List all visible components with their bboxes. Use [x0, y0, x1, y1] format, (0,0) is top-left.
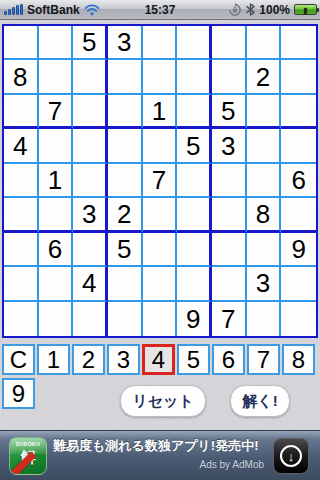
cell-r3c1[interactable]	[4, 95, 39, 129]
cell-r9c5[interactable]	[143, 302, 178, 336]
cell-r7c7[interactable]	[212, 233, 247, 267]
ad-download-button[interactable]: ↓	[273, 438, 309, 474]
key-2[interactable]: 2	[72, 344, 105, 375]
cell-r9c9[interactable]	[281, 302, 316, 336]
key-C[interactable]: C	[2, 344, 35, 375]
cell-r1c7[interactable]	[212, 26, 247, 60]
download-arrow-icon: ↓	[280, 445, 302, 467]
cell-r9c3[interactable]	[73, 302, 108, 336]
cell-r9c4[interactable]	[108, 302, 143, 336]
cell-r8c8[interactable]: 3	[247, 267, 282, 301]
cell-r8c4[interactable]	[108, 267, 143, 301]
cell-r4c1[interactable]: 4	[4, 129, 39, 163]
reset-button[interactable]: リセット	[120, 385, 206, 417]
icon-brand-label: SUDOKU	[10, 441, 46, 447]
cell-r8c7[interactable]	[212, 267, 247, 301]
cell-r4c5[interactable]	[143, 129, 178, 163]
key-7[interactable]: 7	[247, 344, 280, 375]
cell-r6c2[interactable]	[39, 198, 74, 232]
cell-r3c5[interactable]: 1	[143, 95, 178, 129]
cell-r9c1[interactable]	[4, 302, 39, 336]
status-bar: SoftBank 15:37 100% ▮	[0, 0, 320, 20]
cell-r1c9[interactable]	[281, 26, 316, 60]
key-1[interactable]: 1	[37, 344, 70, 375]
cell-r5c3[interactable]	[73, 164, 108, 198]
cell-r9c8[interactable]	[247, 302, 282, 336]
cell-r1c4[interactable]: 3	[108, 26, 143, 60]
cell-r2c7[interactable]	[212, 60, 247, 94]
cell-r7c5[interactable]	[143, 233, 178, 267]
key-6[interactable]: 6	[212, 344, 245, 375]
cell-r2c1[interactable]: 8	[4, 60, 39, 94]
cell-r1c1[interactable]	[4, 26, 39, 60]
cell-r2c9[interactable]	[281, 60, 316, 94]
cell-r4c7[interactable]: 3	[212, 129, 247, 163]
cell-r4c9[interactable]	[281, 129, 316, 163]
cell-r7c4[interactable]: 5	[108, 233, 143, 267]
key-4[interactable]: 4	[142, 344, 175, 375]
cell-r5c7[interactable]	[212, 164, 247, 198]
signal-strength-icon	[4, 4, 23, 15]
cell-r1c8[interactable]	[247, 26, 282, 60]
cell-r6c8[interactable]: 8	[247, 198, 282, 232]
cell-r6c9[interactable]	[281, 198, 316, 232]
cell-r7c6[interactable]	[177, 233, 212, 267]
cell-r8c1[interactable]	[4, 267, 39, 301]
cell-r3c4[interactable]	[108, 95, 143, 129]
cell-r5c4[interactable]	[108, 164, 143, 198]
key-5[interactable]: 5	[177, 344, 210, 375]
cell-r6c1[interactable]	[4, 198, 39, 232]
cell-r3c6[interactable]	[177, 95, 212, 129]
key-8[interactable]: 8	[282, 344, 315, 375]
cell-r5c9[interactable]: 6	[281, 164, 316, 198]
cell-r5c5[interactable]: 7	[143, 164, 178, 198]
ad-banner[interactable]: SUDOKU 解 難易度も測れる数独アプリ!発売中! Ads by AdMob …	[0, 430, 320, 480]
cell-r8c2[interactable]	[39, 267, 74, 301]
cell-r1c5[interactable]	[143, 26, 178, 60]
cell-r1c6[interactable]	[177, 26, 212, 60]
ad-title: 難易度も測れる数独アプリ!発売中!	[53, 438, 269, 453]
cell-r8c3[interactable]: 4	[73, 267, 108, 301]
cell-r5c1[interactable]	[4, 164, 39, 198]
cell-r7c8[interactable]	[247, 233, 282, 267]
cell-r7c1[interactable]	[4, 233, 39, 267]
cell-r4c8[interactable]	[247, 129, 282, 163]
cell-r1c2[interactable]	[39, 26, 74, 60]
cell-r2c8[interactable]: 2	[247, 60, 282, 94]
cell-r5c8[interactable]	[247, 164, 282, 198]
keypad-row1: C12345678	[2, 344, 315, 375]
bluetooth-icon	[246, 3, 255, 16]
cell-r9c2[interactable]	[39, 302, 74, 336]
cell-r2c2[interactable]	[39, 60, 74, 94]
cell-r2c3[interactable]	[73, 60, 108, 94]
cell-r3c8[interactable]	[247, 95, 282, 129]
cell-r6c3[interactable]: 3	[73, 198, 108, 232]
cell-r4c2[interactable]	[39, 129, 74, 163]
ad-app-icon[interactable]: SUDOKU 解	[9, 437, 47, 475]
cell-r2c5[interactable]	[143, 60, 178, 94]
cell-r3c7[interactable]: 5	[212, 95, 247, 129]
cell-r7c3[interactable]	[73, 233, 108, 267]
cell-r3c3[interactable]	[73, 95, 108, 129]
cell-r4c6[interactable]: 5	[177, 129, 212, 163]
cell-r8c9[interactable]	[281, 267, 316, 301]
cell-r4c4[interactable]	[108, 129, 143, 163]
cell-r2c6[interactable]	[177, 60, 212, 94]
cell-r6c7[interactable]	[212, 198, 247, 232]
cell-r4c3[interactable]	[73, 129, 108, 163]
cell-r5c6[interactable]	[177, 164, 212, 198]
cell-r3c9[interactable]	[281, 95, 316, 129]
key-9[interactable]: 9	[2, 378, 35, 409]
key-3[interactable]: 3	[107, 344, 140, 375]
cell-r7c2[interactable]: 6	[39, 233, 74, 267]
cell-r2c4[interactable]	[108, 60, 143, 94]
cell-r8c6[interactable]	[177, 267, 212, 301]
cell-r7c9[interactable]: 9	[281, 233, 316, 267]
cell-r6c6[interactable]	[177, 198, 212, 232]
cell-r6c4[interactable]: 2	[108, 198, 143, 232]
rotation-lock-icon	[228, 3, 242, 17]
cell-r8c5[interactable]	[143, 267, 178, 301]
battery-icon: ▮	[294, 4, 317, 15]
app-screen: SoftBank 15:37 100% ▮ 538271545317632865…	[0, 0, 320, 480]
sudoku-grid: 53827154531763286594397	[2, 24, 318, 338]
battery-percent-label: 100%	[259, 3, 290, 17]
cell-r5c2[interactable]: 1	[39, 164, 74, 198]
cell-r9c6[interactable]: 9	[177, 302, 212, 336]
carrier-label: SoftBank	[27, 3, 80, 17]
cell-r6c5[interactable]	[143, 198, 178, 232]
solve-button[interactable]: 解く!	[230, 385, 290, 417]
cell-r3c2[interactable]: 7	[39, 95, 74, 129]
ad-sponsor-label: Ads by AdMob	[200, 459, 264, 470]
cell-r1c3[interactable]: 5	[73, 26, 108, 60]
wifi-icon	[84, 4, 100, 16]
cell-r9c7[interactable]: 7	[212, 302, 247, 336]
